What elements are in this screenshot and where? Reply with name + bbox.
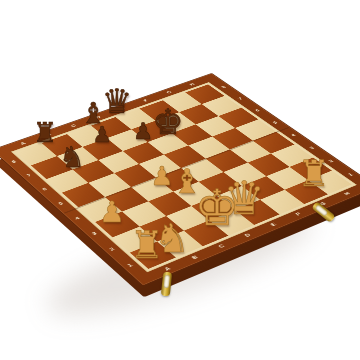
board-inner-border bbox=[11, 82, 357, 272]
board-squares bbox=[16, 84, 352, 268]
chess-board: ABCDEFGH ABCDEFGH 87654321 87654321 bbox=[0, 73, 360, 286]
product-photo-scene: ABCDEFGH ABCDEFGH 87654321 87654321 ♜♝♛♟… bbox=[0, 0, 360, 360]
